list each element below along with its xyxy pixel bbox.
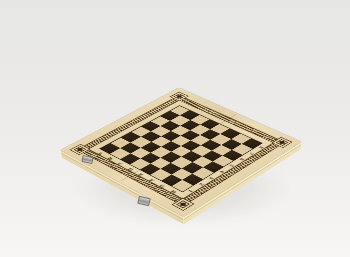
piece-glyph: ♟ (226, 134, 261, 151)
piece-glyph: ♜ (164, 167, 201, 188)
photo-background: ABCDEFGH 87654321 ♜♞♝♛♚♝♞♜♟♟♟♟♟♟♟♟♟♟♟♟♟♟… (0, 0, 350, 257)
